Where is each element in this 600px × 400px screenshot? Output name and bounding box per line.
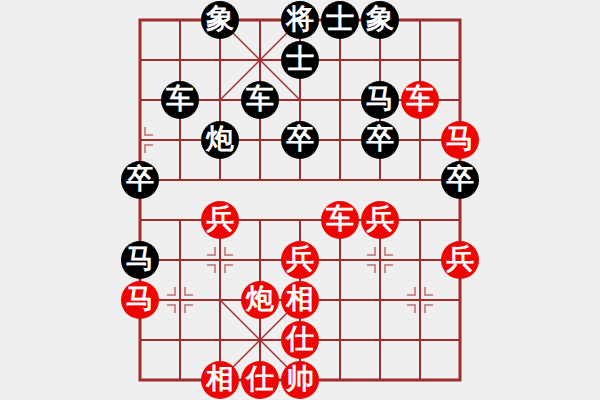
piece-glyph: 车 (246, 85, 274, 113)
point-c5r7[interactable] (320, 280, 360, 320)
point-c0r6[interactable]: 马 (120, 240, 160, 280)
piece-black-soldier-c8r4[interactable]: 卒 (441, 161, 479, 199)
point-c8r2[interactable] (440, 80, 480, 120)
piece-red-chariot-c5r5[interactable]: 车 (321, 201, 359, 239)
piece-black-advisor-c4r1[interactable]: 士 (281, 41, 319, 79)
point-c5r8[interactable] (320, 320, 360, 360)
piece-black-chariot-c3r2[interactable]: 车 (241, 81, 279, 119)
piece-glyph: 兵 (366, 205, 394, 233)
point-c6r7[interactable] (360, 280, 400, 320)
point-c4r5[interactable] (280, 200, 320, 240)
piece-glyph: 将 (286, 5, 314, 33)
point-c0r3[interactable] (120, 120, 160, 160)
point-c7r1[interactable] (400, 40, 440, 80)
point-c2r0[interactable]: 象 (200, 0, 240, 40)
point-c5r2[interactable] (320, 80, 360, 120)
piece-glyph: 炮 (206, 125, 234, 153)
piece-glyph: 车 (326, 205, 354, 233)
point-c3r4[interactable] (240, 160, 280, 200)
piece-glyph: 兵 (286, 245, 314, 273)
point-c6r8[interactable] (360, 320, 400, 360)
piece-glyph: 车 (166, 85, 194, 113)
point-c5r9[interactable] (320, 360, 360, 400)
piece-red-soldier-c6r5[interactable]: 兵 (361, 201, 399, 239)
point-c4r4[interactable] (280, 160, 320, 200)
point-c1r0[interactable] (160, 0, 200, 40)
point-c2r8[interactable] (200, 320, 240, 360)
point-c1r2[interactable]: 车 (160, 80, 200, 120)
point-c4r8[interactable]: 仕 (280, 320, 320, 360)
piece-glyph: 马 (126, 285, 154, 313)
point-c4r3[interactable]: 卒 (280, 120, 320, 160)
piece-red-cannon-c3r7[interactable]: 炮 (241, 281, 279, 319)
point-c0r8[interactable] (120, 320, 160, 360)
piece-black-horse-c6r2[interactable]: 马 (361, 81, 399, 119)
point-c2r7[interactable] (200, 280, 240, 320)
piece-glyph: 士 (286, 45, 314, 73)
point-c3r5[interactable] (240, 200, 280, 240)
piece-black-general-c4r0[interactable]: 将 (281, 1, 319, 39)
point-c2r3[interactable]: 炮 (200, 120, 240, 160)
point-c1r8[interactable] (160, 320, 200, 360)
point-c8r3[interactable]: 马 (440, 120, 480, 160)
point-c4r2[interactable] (280, 80, 320, 120)
point-c7r5[interactable] (400, 200, 440, 240)
point-c7r4[interactable] (400, 160, 440, 200)
piece-red-advisor-c4r8[interactable]: 仕 (281, 321, 319, 359)
board-points-layer: 象将士象士车车马车炮卒卒马卒卒兵车兵马兵兵马炮相仕相仕帅 (120, 0, 480, 400)
point-c8r6[interactable]: 兵 (440, 240, 480, 280)
piece-red-soldier-c2r5[interactable]: 兵 (201, 201, 239, 239)
point-c2r5[interactable]: 兵 (200, 200, 240, 240)
point-c8r8[interactable] (440, 320, 480, 360)
point-c6r1[interactable] (360, 40, 400, 80)
point-c2r1[interactable] (200, 40, 240, 80)
point-c7r3[interactable] (400, 120, 440, 160)
piece-glyph: 马 (366, 85, 394, 113)
piece-red-elephant-c2r9[interactable]: 相 (201, 361, 239, 399)
piece-black-elephant-c2r0[interactable]: 象 (201, 1, 239, 39)
point-c3r3[interactable] (240, 120, 280, 160)
point-c0r5[interactable] (120, 200, 160, 240)
point-c0r1[interactable] (120, 40, 160, 80)
point-c0r0[interactable] (120, 0, 160, 40)
point-c1r3[interactable] (160, 120, 200, 160)
point-c3r7[interactable]: 炮 (240, 280, 280, 320)
point-c3r2[interactable]: 车 (240, 80, 280, 120)
piece-glyph: 马 (446, 125, 474, 153)
piece-red-elephant-c4r7[interactable]: 相 (281, 281, 319, 319)
point-c2r2[interactable] (200, 80, 240, 120)
point-c6r3[interactable]: 卒 (360, 120, 400, 160)
point-c8r4[interactable]: 卒 (440, 160, 480, 200)
point-c3r9[interactable]: 仕 (240, 360, 280, 400)
point-c7r2[interactable]: 车 (400, 80, 440, 120)
point-c7r7[interactable] (400, 280, 440, 320)
piece-red-horse-c0r7[interactable]: 马 (121, 281, 159, 319)
piece-red-advisor-c3r9[interactable]: 仕 (241, 361, 279, 399)
piece-glyph: 兵 (446, 245, 474, 273)
point-c4r9[interactable]: 帅 (280, 360, 320, 400)
piece-red-chariot-c7r2[interactable]: 车 (401, 81, 439, 119)
xiangqi-board: 象将士象士车车马车炮卒卒马卒卒兵车兵马兵兵马炮相仕相仕帅 (0, 0, 600, 400)
point-c2r6[interactable] (200, 240, 240, 280)
point-c3r6[interactable] (240, 240, 280, 280)
point-c6r2[interactable]: 马 (360, 80, 400, 120)
point-c3r1[interactable] (240, 40, 280, 80)
piece-black-cannon-c2r3[interactable]: 炮 (201, 121, 239, 159)
piece-glyph: 车 (406, 85, 434, 113)
piece-red-soldier-c4r6[interactable]: 兵 (281, 241, 319, 279)
piece-glyph: 马 (126, 245, 154, 273)
piece-black-soldier-c0r4[interactable]: 卒 (121, 161, 159, 199)
point-c5r6[interactable] (320, 240, 360, 280)
point-c1r7[interactable] (160, 280, 200, 320)
piece-glyph: 仕 (246, 365, 274, 393)
point-c8r7[interactable] (440, 280, 480, 320)
piece-glyph: 相 (286, 285, 314, 313)
point-c7r6[interactable] (400, 240, 440, 280)
point-c7r9[interactable] (400, 360, 440, 400)
piece-black-soldier-c6r3[interactable]: 卒 (361, 121, 399, 159)
point-c4r0[interactable]: 将 (280, 0, 320, 40)
point-c2r9[interactable]: 相 (200, 360, 240, 400)
point-c3r0[interactable] (240, 0, 280, 40)
point-c5r1[interactable] (320, 40, 360, 80)
piece-glyph: 士 (326, 5, 354, 33)
point-c2r4[interactable] (200, 160, 240, 200)
point-c5r5[interactable]: 车 (320, 200, 360, 240)
point-c4r1[interactable]: 士 (280, 40, 320, 80)
point-c7r8[interactable] (400, 320, 440, 360)
piece-glyph: 仕 (286, 325, 314, 353)
piece-red-horse-c8r3[interactable]: 马 (441, 121, 479, 159)
piece-glyph: 相 (206, 365, 234, 393)
point-c6r4[interactable] (360, 160, 400, 200)
point-c5r0[interactable]: 士 (320, 0, 360, 40)
piece-black-horse-c0r6[interactable]: 马 (121, 241, 159, 279)
point-c0r7[interactable]: 马 (120, 280, 160, 320)
piece-glyph: 兵 (206, 205, 234, 233)
piece-glyph: 卒 (286, 125, 314, 153)
piece-glyph: 帅 (286, 365, 314, 393)
point-c5r3[interactable] (320, 120, 360, 160)
point-c6r5[interactable]: 兵 (360, 200, 400, 240)
piece-glyph: 炮 (246, 285, 274, 313)
point-c6r6[interactable] (360, 240, 400, 280)
point-c1r1[interactable] (160, 40, 200, 80)
point-c3r8[interactable] (240, 320, 280, 360)
piece-glyph: 象 (206, 5, 234, 33)
piece-glyph: 卒 (446, 165, 474, 193)
point-c8r9[interactable] (440, 360, 480, 400)
point-c8r5[interactable] (440, 200, 480, 240)
point-c1r9[interactable] (160, 360, 200, 400)
piece-red-soldier-c8r6[interactable]: 兵 (441, 241, 479, 279)
point-c8r1[interactable] (440, 40, 480, 80)
point-c4r7[interactable]: 相 (280, 280, 320, 320)
piece-glyph: 卒 (126, 165, 154, 193)
piece-black-advisor-c5r0[interactable]: 士 (321, 1, 359, 39)
piece-red-general-c4r9[interactable]: 帅 (281, 361, 319, 399)
piece-glyph: 卒 (366, 125, 394, 153)
point-c8r0[interactable] (440, 0, 480, 40)
piece-black-chariot-c1r2[interactable]: 车 (161, 81, 199, 119)
piece-black-soldier-c4r3[interactable]: 卒 (281, 121, 319, 159)
piece-black-elephant-c6r0[interactable]: 象 (361, 1, 399, 39)
point-c0r9[interactable] (120, 360, 160, 400)
point-c5r4[interactable] (320, 160, 360, 200)
point-c1r4[interactable] (160, 160, 200, 200)
point-c0r4[interactable]: 卒 (120, 160, 160, 200)
point-c1r6[interactable] (160, 240, 200, 280)
point-c6r9[interactable] (360, 360, 400, 400)
point-c6r0[interactable]: 象 (360, 0, 400, 40)
piece-glyph: 象 (366, 5, 394, 33)
point-c4r6[interactable]: 兵 (280, 240, 320, 280)
point-c0r2[interactable] (120, 80, 160, 120)
point-c1r5[interactable] (160, 200, 200, 240)
point-c7r0[interactable] (400, 0, 440, 40)
